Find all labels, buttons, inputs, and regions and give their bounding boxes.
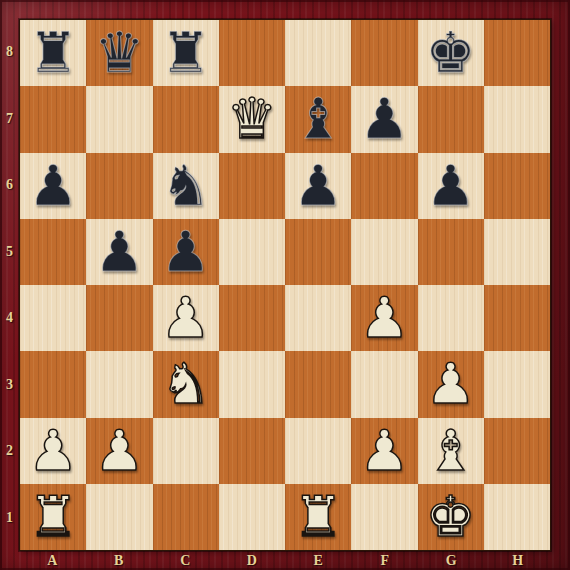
piece-white-pawn[interactable]: ♟ [426,356,476,412]
board-frame: ♜♛♜♚♛♝♟♟♞♟♟♟♟♟♟♞♟♟♟♟♝♜♜♚ 87654321 ABCDEF… [0,0,570,570]
square-c5[interactable]: ♟ [153,219,219,285]
square-e5[interactable] [285,219,351,285]
piece-black-pawn[interactable]: ♟ [161,224,211,280]
rank-label-7: 7 [0,86,19,153]
square-g5[interactable] [418,219,484,285]
piece-white-pawn[interactable]: ♟ [28,423,78,479]
square-b2[interactable]: ♟ [86,418,152,484]
square-e6[interactable]: ♟ [285,153,351,219]
square-a6[interactable]: ♟ [20,153,86,219]
square-c6[interactable]: ♞ [153,153,219,219]
square-f1[interactable] [351,484,417,550]
square-h4[interactable] [484,285,550,351]
square-h1[interactable] [484,484,550,550]
square-g2[interactable]: ♝ [418,418,484,484]
piece-black-pawn[interactable]: ♟ [293,158,343,214]
square-e7[interactable]: ♝ [285,86,351,152]
square-d6[interactable] [219,153,285,219]
piece-black-bishop[interactable]: ♝ [293,91,343,147]
square-b5[interactable]: ♟ [86,219,152,285]
square-c1[interactable] [153,484,219,550]
square-e8[interactable] [285,20,351,86]
square-f2[interactable]: ♟ [351,418,417,484]
square-c4[interactable]: ♟ [153,285,219,351]
piece-black-queen[interactable]: ♛ [94,25,144,81]
square-b8[interactable]: ♛ [86,20,152,86]
square-e4[interactable] [285,285,351,351]
piece-white-pawn[interactable]: ♟ [359,423,409,479]
piece-white-pawn[interactable]: ♟ [359,290,409,346]
piece-white-pawn[interactable]: ♟ [94,423,144,479]
square-h2[interactable] [484,418,550,484]
square-a8[interactable]: ♜ [20,20,86,86]
rank-label-6: 6 [0,152,19,219]
square-g8[interactable]: ♚ [418,20,484,86]
square-d5[interactable] [219,219,285,285]
piece-black-pawn[interactable]: ♟ [28,158,78,214]
piece-black-rook[interactable]: ♜ [161,25,211,81]
square-h7[interactable] [484,86,550,152]
square-e3[interactable] [285,351,351,417]
square-d2[interactable] [219,418,285,484]
file-label-g: G [418,551,485,570]
square-b1[interactable] [86,484,152,550]
file-label-f: F [352,551,419,570]
square-b6[interactable] [86,153,152,219]
rank-coordinates: 87654321 [0,19,19,551]
square-a7[interactable] [20,86,86,152]
square-h6[interactable] [484,153,550,219]
square-c2[interactable] [153,418,219,484]
square-b4[interactable] [86,285,152,351]
file-label-c: C [152,551,219,570]
rank-label-8: 8 [0,19,19,86]
piece-black-king[interactable]: ♚ [426,25,476,81]
piece-black-knight[interactable]: ♞ [161,158,211,214]
piece-white-queen[interactable]: ♛ [227,91,277,147]
file-label-d: D [219,551,286,570]
piece-white-knight[interactable]: ♞ [161,356,211,412]
square-c7[interactable] [153,86,219,152]
file-label-a: A [19,551,86,570]
piece-white-pawn[interactable]: ♟ [161,290,211,346]
square-g3[interactable]: ♟ [418,351,484,417]
square-f6[interactable] [351,153,417,219]
square-f8[interactable] [351,20,417,86]
square-g7[interactable] [418,86,484,152]
rank-label-4: 4 [0,285,19,352]
square-f3[interactable] [351,351,417,417]
file-label-b: B [86,551,153,570]
piece-black-rook[interactable]: ♜ [28,25,78,81]
piece-white-rook[interactable]: ♜ [28,489,78,545]
square-a4[interactable] [20,285,86,351]
square-a5[interactable] [20,219,86,285]
square-a1[interactable]: ♜ [20,484,86,550]
square-h3[interactable] [484,351,550,417]
square-c3[interactable]: ♞ [153,351,219,417]
rank-label-5: 5 [0,219,19,286]
square-c8[interactable]: ♜ [153,20,219,86]
piece-white-bishop[interactable]: ♝ [426,423,476,479]
square-e1[interactable]: ♜ [285,484,351,550]
square-h8[interactable] [484,20,550,86]
square-b3[interactable] [86,351,152,417]
rank-label-3: 3 [0,352,19,419]
piece-white-king[interactable]: ♚ [426,489,476,545]
file-label-e: E [285,551,352,570]
square-e2[interactable] [285,418,351,484]
square-d7[interactable]: ♛ [219,86,285,152]
piece-black-pawn[interactable]: ♟ [426,158,476,214]
square-h5[interactable] [484,219,550,285]
piece-black-pawn[interactable]: ♟ [94,224,144,280]
square-f7[interactable]: ♟ [351,86,417,152]
rank-label-1: 1 [0,485,19,552]
square-d8[interactable] [219,20,285,86]
square-f4[interactable]: ♟ [351,285,417,351]
piece-black-pawn[interactable]: ♟ [359,91,409,147]
square-g4[interactable] [418,285,484,351]
square-d3[interactable] [219,351,285,417]
square-a2[interactable]: ♟ [20,418,86,484]
file-coordinates: ABCDEFGH [19,551,551,570]
piece-white-rook[interactable]: ♜ [293,489,343,545]
square-d1[interactable] [219,484,285,550]
square-g1[interactable]: ♚ [418,484,484,550]
file-label-h: H [485,551,552,570]
square-a3[interactable] [20,351,86,417]
square-b7[interactable] [86,86,152,152]
chess-board: ♜♛♜♚♛♝♟♟♞♟♟♟♟♟♟♞♟♟♟♟♝♜♜♚ [19,19,551,551]
square-f5[interactable] [351,219,417,285]
rank-label-2: 2 [0,418,19,485]
square-g6[interactable]: ♟ [418,153,484,219]
square-d4[interactable] [219,285,285,351]
